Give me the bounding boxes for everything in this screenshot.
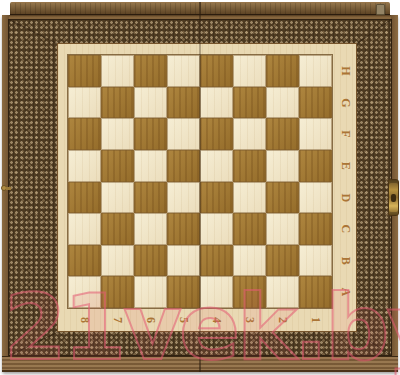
board-square[interactable] [299,118,332,150]
board-square[interactable] [233,182,266,214]
board-square[interactable] [167,87,200,119]
board-square[interactable] [134,213,167,245]
board-square[interactable] [233,213,266,245]
rank-label: 1 [305,304,327,337]
board-square[interactable] [167,118,200,150]
board-square[interactable] [233,118,266,150]
board-square[interactable] [266,213,299,245]
brass-pin [1,184,11,192]
rank-label: 6 [140,304,162,337]
board-square[interactable] [134,87,167,119]
board-square[interactable] [101,245,134,277]
board-square[interactable] [200,182,233,214]
board-square[interactable] [233,55,266,87]
board-square[interactable] [68,182,101,214]
board-square[interactable] [101,213,134,245]
board-square[interactable] [167,245,200,277]
board-square[interactable] [134,182,167,214]
chess-box-photo: HGFEDCBA 87654321 21vek.by [0,0,400,375]
rank-label: 4 [206,304,228,337]
board-square[interactable] [266,87,299,119]
board-square[interactable] [266,245,299,277]
board-square[interactable] [167,213,200,245]
board-square[interactable] [101,55,134,87]
board-square[interactable] [101,150,134,182]
board-square[interactable] [68,245,101,277]
rank-label: 8 [74,304,96,337]
board-square[interactable] [200,87,233,119]
file-label: E [329,155,361,177]
board-square[interactable] [299,182,332,214]
board-square[interactable] [266,182,299,214]
file-label: C [329,218,361,240]
board-square[interactable] [68,150,101,182]
board-square[interactable] [266,150,299,182]
board-square[interactable] [101,87,134,119]
file-label: A [329,281,361,303]
rank-label: 3 [239,304,261,337]
board-square[interactable] [299,55,332,87]
board-square[interactable] [68,87,101,119]
board-square[interactable] [68,55,101,87]
board-square[interactable] [167,182,200,214]
rank-label: 5 [173,304,195,337]
board-square[interactable] [233,87,266,119]
board-square[interactable] [266,118,299,150]
board-square[interactable] [134,55,167,87]
file-label: D [329,186,361,208]
board-square[interactable] [266,55,299,87]
board-square[interactable] [233,150,266,182]
board-square[interactable] [200,118,233,150]
brass-clasp [388,179,399,216]
board-square[interactable] [167,150,200,182]
board-square[interactable] [134,150,167,182]
board-square[interactable] [101,182,134,214]
board-square[interactable] [200,245,233,277]
board-square[interactable] [68,213,101,245]
fold-seam [199,2,201,372]
board-square[interactable] [233,245,266,277]
brass-pin-stem [6,187,11,190]
board-square[interactable] [134,245,167,277]
board-square[interactable] [134,118,167,150]
rank-label: 2 [272,304,294,337]
board-square[interactable] [200,55,233,87]
board-square[interactable] [200,213,233,245]
file-label: G [329,91,361,113]
lid-latch-part [376,4,385,15]
board-square[interactable] [167,55,200,87]
board-square[interactable] [299,245,332,277]
board-square[interactable] [101,118,134,150]
board-square[interactable] [200,150,233,182]
file-labels: HGFEDCBA [334,55,356,308]
board-square[interactable] [299,87,332,119]
rank-label: 7 [107,304,129,337]
file-label: H [329,60,361,82]
board-square[interactable] [299,213,332,245]
board-square[interactable] [68,118,101,150]
file-label: B [329,250,361,272]
file-label: F [329,123,361,145]
board-square[interactable] [299,150,332,182]
